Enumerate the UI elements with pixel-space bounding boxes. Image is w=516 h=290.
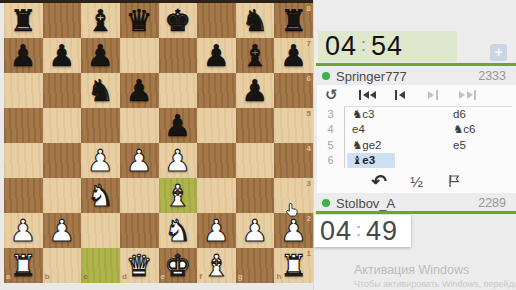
square-e3[interactable]: ♝ — [159, 178, 198, 213]
piece-black-king-e8: ♚ — [159, 3, 198, 38]
move-number: 4 — [317, 123, 344, 135]
piece-black-pawn-c7: ♟ — [81, 38, 120, 73]
hand-cursor-icon — [285, 202, 300, 217]
square-a7[interactable]: ♟ — [4, 38, 43, 73]
clock-colon: : — [356, 220, 362, 243]
divider-bottom — [316, 211, 516, 214]
rank-label-4: 4 — [307, 145, 311, 153]
square-b4[interactable] — [43, 143, 82, 178]
piece-white-knight-e2: ♞ — [159, 213, 198, 248]
clock-minutes: 04 — [325, 31, 357, 62]
square-c1[interactable]: c — [81, 248, 120, 283]
square-a1[interactable]: ♜a — [4, 248, 43, 283]
move-number: 6 — [317, 154, 344, 166]
file-label-g: g — [238, 273, 243, 281]
file-label-b: b — [45, 273, 50, 281]
nav-toolbar: ↺ — [317, 86, 516, 105]
piece-black-bishop-c8: ♝ — [81, 3, 120, 38]
square-d7[interactable] — [120, 38, 159, 73]
online-status-dot — [322, 199, 330, 207]
online-status-dot — [322, 72, 330, 80]
square-a5[interactable] — [4, 108, 43, 143]
piece-white-pawn-e4: ♟ — [159, 143, 198, 178]
windows-activation-watermark-sub: Чтобы активировать Windows, перейдит — [354, 279, 516, 289]
square-b3[interactable] — [43, 178, 82, 213]
square-e7[interactable] — [159, 38, 198, 73]
player-name-top[interactable]: Springer777 — [336, 69, 407, 84]
square-e4[interactable]: ♟ — [159, 143, 198, 178]
move-row-4: 4e4♞c6 — [317, 122, 516, 138]
piece-black-knight-c6: ♞ — [81, 73, 120, 108]
rank-label-6: 6 — [307, 75, 311, 83]
piece-black-pawn-e5: ♟ — [159, 108, 198, 143]
piece-white-pawn-d4: ♟ — [120, 143, 159, 178]
square-d2[interactable] — [120, 213, 159, 248]
file-label-e: e — [161, 273, 165, 281]
windows-activation-watermark: Активация Windows — [354, 263, 469, 277]
square-b8[interactable] — [43, 3, 82, 38]
draw-offer-button[interactable]: ½ — [410, 173, 423, 190]
rank-label-2: 2 — [307, 215, 311, 223]
clock-minutes: 04 — [320, 216, 352, 247]
square-g3[interactable] — [236, 178, 275, 213]
square-g8[interactable]: ♞ — [236, 3, 275, 38]
player-clock: 04:49 — [314, 215, 411, 247]
file-label-d: d — [122, 273, 127, 281]
clock-seconds: 49 — [366, 216, 398, 247]
move-row-6: 6♝e3 — [317, 153, 516, 169]
black-move[interactable]: ♞c6 — [453, 122, 516, 136]
square-b5[interactable] — [43, 108, 82, 143]
square-f5[interactable] — [197, 108, 236, 143]
piece-black-knight-g8: ♞ — [236, 3, 275, 38]
move-number: 5 — [317, 139, 344, 151]
square-e6[interactable] — [159, 73, 198, 108]
rank-label-8: 8 — [307, 5, 311, 13]
black-move[interactable]: d6 — [453, 108, 516, 120]
square-f2[interactable]: ♟ — [197, 213, 236, 248]
square-g6[interactable]: ♟ — [236, 73, 275, 108]
square-h7[interactable]: ♟7 — [274, 38, 313, 73]
white-move[interactable]: e4 — [345, 123, 453, 135]
white-move[interactable]: ♞ge2 — [345, 138, 453, 152]
square-d8[interactable]: ♛ — [120, 3, 159, 38]
square-b7[interactable]: ♟ — [43, 38, 82, 73]
square-f8[interactable] — [197, 3, 236, 38]
square-d4[interactable]: ♟ — [120, 143, 159, 178]
piece-white-pawn-b2: ♟ — [43, 213, 82, 248]
piece-black-rook-a8: ♜ — [4, 3, 43, 38]
square-e2[interactable]: ♞ — [159, 213, 198, 248]
square-c4[interactable]: ♟ — [81, 143, 120, 178]
square-f6[interactable] — [197, 73, 236, 108]
square-g2[interactable]: ♟ — [236, 213, 275, 248]
piece-white-pawn-g2: ♟ — [236, 213, 275, 248]
rank-label-3: 3 — [307, 180, 311, 188]
next-move-button[interactable] — [428, 90, 438, 100]
square-b2[interactable]: ♟ — [43, 213, 82, 248]
square-h2[interactable]: ♟2 — [274, 213, 313, 248]
move-list: 3♞c3d64e4♞c65♞ge2e56♝e3 — [317, 106, 516, 168]
square-h4[interactable]: 4 — [274, 143, 313, 178]
move-cells: ♞ge2e5 — [344, 137, 516, 153]
rank-label-1: 1 — [307, 250, 311, 258]
file-label-h: h — [276, 273, 281, 281]
file-label-c: c — [83, 273, 87, 281]
piece-white-knight-c3: ♞ — [81, 178, 120, 213]
player-rating-top: 2333 — [478, 69, 506, 83]
square-g1[interactable]: g — [236, 248, 275, 283]
square-f4[interactable] — [197, 143, 236, 178]
square-g5[interactable] — [236, 108, 275, 143]
square-e5[interactable]: ♟ — [159, 108, 198, 143]
black-move[interactable]: e5 — [453, 139, 516, 151]
file-label-a: a — [6, 273, 10, 281]
divider-top — [316, 63, 516, 66]
player-rating-bottom: 2289 — [478, 196, 506, 210]
rank-label-7: 7 — [307, 40, 311, 48]
piece-white-bishop-e3: ♝ — [159, 178, 198, 213]
chess-board: ♜♝♛♚♞♜8♟♟♟♟♝♟7♞♟♟6♟5♟♟♟4♞♝3♟♟♞♟♟♟2♜abc♛d… — [4, 3, 313, 283]
square-c7[interactable]: ♟ — [81, 38, 120, 73]
square-b1[interactable]: b — [43, 248, 82, 283]
piece-white-pawn-f2: ♟ — [197, 213, 236, 248]
file-label-f: f — [199, 273, 202, 281]
clock-colon: : — [361, 35, 367, 58]
square-b6[interactable] — [43, 73, 82, 108]
flip-board-icon[interactable]: ↺ — [325, 86, 338, 104]
player-row-top: Springer777 2333 — [316, 67, 516, 85]
square-g4[interactable] — [236, 143, 275, 178]
square-g7[interactable]: ♝ — [236, 38, 275, 73]
moves-card: ↺ 3♞c3d64e4♞c65♞ge2e56♝e3 ↶ ½ — [317, 85, 516, 193]
square-e1[interactable]: ♚e — [159, 248, 198, 283]
square-a8[interactable]: ♜ — [4, 3, 43, 38]
square-a3[interactable] — [4, 178, 43, 213]
white-move[interactable]: ♞c3 — [345, 107, 453, 121]
piece-black-pawn-f7: ♟ — [197, 38, 236, 73]
square-d5[interactable] — [120, 108, 159, 143]
clock-seconds: 54 — [371, 31, 403, 62]
piece-black-pawn-g6: ♟ — [236, 73, 275, 108]
opponent-clock: 04:54 — [318, 31, 457, 62]
square-d6[interactable]: ♟ — [120, 73, 159, 108]
move-cells: ♝e3 — [344, 153, 516, 169]
square-h8[interactable]: ♜8 — [274, 3, 313, 38]
square-c2[interactable] — [81, 213, 120, 248]
square-h6[interactable]: 6 — [274, 73, 313, 108]
square-d1[interactable]: ♛d — [120, 248, 159, 283]
move-cells: e4♞c6 — [344, 122, 516, 138]
piece-black-pawn-b7: ♟ — [43, 38, 82, 73]
move-row-5: 5♞ge2e5 — [317, 137, 516, 153]
move-row-3: 3♞c3d6 — [317, 106, 516, 122]
square-c6[interactable]: ♞ — [81, 73, 120, 108]
previous-move-button[interactable] — [395, 90, 405, 100]
square-h1[interactable]: ♜1h — [274, 248, 313, 283]
piece-black-queen-d8: ♛ — [120, 3, 159, 38]
piece-white-bishop-f1: ♝ — [197, 248, 236, 283]
piece-white-pawn-c4: ♟ — [81, 143, 120, 178]
square-c8[interactable]: ♝ — [81, 3, 120, 38]
move-number: 3 — [317, 108, 344, 120]
resign-flag-icon[interactable] — [446, 173, 462, 189]
square-a6[interactable] — [4, 73, 43, 108]
piece-white-pawn-a2: ♟ — [4, 213, 43, 248]
square-a2[interactable]: ♟ — [4, 213, 43, 248]
player-row-bottom: Stolbov_A 2289 — [316, 194, 516, 212]
takeback-button[interactable]: ↶ — [371, 170, 387, 192]
square-f1[interactable]: ♝f — [197, 248, 236, 283]
square-f3[interactable] — [197, 178, 236, 213]
last-move-button[interactable] — [459, 90, 476, 100]
first-move-button[interactable] — [359, 90, 376, 100]
square-c5[interactable] — [81, 108, 120, 143]
move-cells: ♞c3d6 — [344, 106, 516, 122]
square-c3[interactable]: ♞ — [81, 178, 120, 213]
square-f7[interactable]: ♟ — [197, 38, 236, 73]
rank-label-5: 5 — [307, 110, 311, 118]
white-move[interactable]: ♝e3 — [345, 153, 453, 167]
square-e8[interactable]: ♚ — [159, 3, 198, 38]
square-h5[interactable]: 5 — [274, 108, 313, 143]
square-a4[interactable] — [4, 143, 43, 178]
side-panel: 04:54 + Springer777 2333 ↺ 3♞c3d64e4♞c65… — [313, 0, 516, 290]
piece-black-pawn-d6: ♟ — [120, 73, 159, 108]
square-d3[interactable] — [120, 178, 159, 213]
game-actions: ↶ ½ — [317, 169, 516, 193]
piece-black-bishop-g7: ♝ — [236, 38, 275, 73]
app-window: ♜♝♛♚♞♜8♟♟♟♟♝♟7♞♟♟6♟5♟♟♟4♞♝3♟♟♞♟♟♟2♜abc♛d… — [0, 0, 516, 290]
add-time-button[interactable]: + — [490, 44, 507, 61]
piece-black-pawn-a7: ♟ — [4, 38, 43, 73]
player-name-bottom[interactable]: Stolbov_A — [336, 196, 395, 211]
